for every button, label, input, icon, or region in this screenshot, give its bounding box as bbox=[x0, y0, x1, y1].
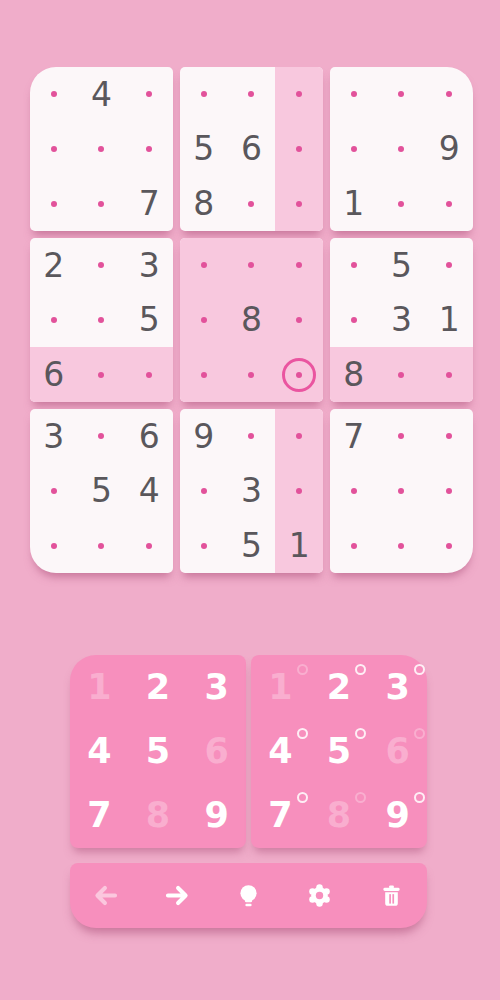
empty-cell-dot bbox=[98, 372, 104, 378]
cell-r6c3[interactable] bbox=[125, 347, 173, 402]
cell-r9c8[interactable] bbox=[378, 518, 426, 573]
empty-cell-dot bbox=[201, 262, 207, 268]
number-pad-4[interactable]: 4 bbox=[70, 719, 129, 783]
arrow-left-icon bbox=[92, 882, 119, 909]
empty-cell-dot bbox=[351, 543, 357, 549]
box-5: 8 bbox=[180, 238, 323, 402]
box-9: 7 bbox=[330, 409, 473, 573]
redo-button[interactable] bbox=[155, 874, 199, 918]
empty-cell-dot bbox=[201, 488, 207, 494]
given-digit: 9 bbox=[193, 417, 214, 456]
given-digit: 4 bbox=[139, 471, 160, 510]
empty-cell-dot bbox=[398, 201, 404, 207]
cell-r6c9[interactable] bbox=[425, 347, 473, 402]
empty-cell-dot bbox=[201, 317, 207, 323]
given-digit: 7 bbox=[343, 417, 364, 456]
cell-r6c1[interactable]: 6 bbox=[30, 347, 78, 402]
cell-r9c9[interactable] bbox=[425, 518, 473, 573]
keypad-digit: 7 bbox=[268, 798, 292, 833]
empty-cell-dot bbox=[98, 543, 104, 549]
number-pad-8[interactable]: 8 bbox=[129, 784, 188, 848]
number-pad-2[interactable]: 2 bbox=[129, 655, 188, 719]
given-digit: 6 bbox=[139, 417, 160, 456]
gear-icon bbox=[306, 882, 333, 909]
given-digit: 3 bbox=[139, 246, 160, 285]
corner-note-mark-icon bbox=[355, 728, 366, 739]
empty-cell-dot bbox=[296, 262, 302, 268]
cell-r4c8[interactable]: 5 bbox=[378, 238, 426, 293]
note-pad-3[interactable]: 3 bbox=[368, 655, 427, 719]
cell-r5c9[interactable]: 1 bbox=[425, 293, 473, 348]
cell-r2c9[interactable]: 9 bbox=[425, 122, 473, 177]
cell-r7c5[interactable] bbox=[228, 409, 276, 464]
box-6: 5318 bbox=[330, 238, 473, 402]
empty-cell-dot bbox=[446, 372, 452, 378]
empty-cell-dot bbox=[296, 372, 302, 378]
note-pad-6[interactable]: 6 bbox=[368, 719, 427, 783]
corner-note-mark-icon bbox=[414, 792, 425, 803]
cell-r1c1[interactable] bbox=[30, 67, 78, 122]
given-digit: 7 bbox=[139, 184, 160, 223]
empty-cell-dot bbox=[98, 201, 104, 207]
empty-cell-dot bbox=[351, 317, 357, 323]
arrow-right-icon bbox=[164, 882, 191, 909]
corner-note-mark-icon bbox=[297, 664, 308, 675]
empty-cell-dot bbox=[146, 91, 152, 97]
empty-cell-dot bbox=[296, 433, 302, 439]
number-pad-3[interactable]: 3 bbox=[187, 655, 246, 719]
cell-r6c8[interactable] bbox=[378, 347, 426, 402]
cell-r4c7[interactable] bbox=[330, 238, 378, 293]
keypad-digit: 1 bbox=[268, 670, 292, 705]
empty-cell-dot bbox=[446, 262, 452, 268]
note-pad-9[interactable]: 9 bbox=[368, 784, 427, 848]
empty-cell-dot bbox=[146, 543, 152, 549]
given-digit: 8 bbox=[193, 184, 214, 223]
settings-button[interactable] bbox=[298, 874, 342, 918]
cell-r1c9[interactable] bbox=[425, 67, 473, 122]
empty-cell-dot bbox=[98, 262, 104, 268]
empty-cell-dot bbox=[296, 317, 302, 323]
corner-note-mark-icon bbox=[355, 792, 366, 803]
number-pad-7[interactable]: 7 bbox=[70, 784, 129, 848]
box-1: 47 bbox=[30, 67, 173, 231]
cell-r5c2[interactable] bbox=[78, 293, 126, 348]
cell-r2c4[interactable]: 5 bbox=[180, 122, 228, 177]
undo-button[interactable] bbox=[84, 874, 128, 918]
empty-cell-dot bbox=[351, 146, 357, 152]
cell-r4c4[interactable] bbox=[180, 238, 228, 293]
cell-r3c1[interactable] bbox=[30, 176, 78, 231]
note-pad-4[interactable]: 4 bbox=[251, 719, 310, 783]
note-pad-8[interactable]: 8 bbox=[310, 784, 369, 848]
trash-icon bbox=[378, 882, 405, 909]
empty-cell-dot bbox=[248, 262, 254, 268]
cell-r5c7[interactable] bbox=[330, 293, 378, 348]
cell-r8c5[interactable]: 3 bbox=[228, 464, 276, 519]
cell-r6c6[interactable] bbox=[275, 347, 323, 402]
keypad-digit: 5 bbox=[146, 734, 170, 769]
keypad-digit: 4 bbox=[87, 734, 111, 769]
toolbar bbox=[70, 863, 427, 928]
given-digit: 8 bbox=[241, 300, 262, 339]
cell-r4c1[interactable]: 2 bbox=[30, 238, 78, 293]
empty-cell-dot bbox=[398, 543, 404, 549]
cell-r7c4[interactable]: 9 bbox=[180, 409, 228, 464]
cell-r2c5[interactable]: 6 bbox=[228, 122, 276, 177]
number-pad-9[interactable]: 9 bbox=[187, 784, 246, 848]
given-digit: 5 bbox=[139, 300, 160, 339]
cell-r9c1[interactable] bbox=[30, 518, 78, 573]
cell-r8c3[interactable]: 4 bbox=[125, 464, 173, 519]
empty-cell-dot bbox=[446, 433, 452, 439]
empty-cell-dot bbox=[351, 488, 357, 494]
number-pad: 123456789 bbox=[70, 655, 246, 848]
keypad-digit: 6 bbox=[204, 734, 228, 769]
cell-r4c5[interactable] bbox=[228, 238, 276, 293]
cell-r4c6[interactable] bbox=[275, 238, 323, 293]
empty-cell-dot bbox=[446, 91, 452, 97]
empty-cell-dot bbox=[98, 146, 104, 152]
empty-cell-dot bbox=[146, 372, 152, 378]
empty-cell-dot bbox=[51, 317, 57, 323]
empty-cell-dot bbox=[398, 146, 404, 152]
cell-r3c5[interactable] bbox=[228, 176, 276, 231]
cell-r1c7[interactable] bbox=[330, 67, 378, 122]
number-pad-5[interactable]: 5 bbox=[129, 719, 188, 783]
cell-r7c6[interactable] bbox=[275, 409, 323, 464]
given-digit: 5 bbox=[391, 246, 412, 285]
empty-cell-dot bbox=[446, 488, 452, 494]
empty-cell-dot bbox=[296, 146, 302, 152]
empty-cell-dot bbox=[398, 372, 404, 378]
cell-r1c2[interactable]: 4 bbox=[78, 67, 126, 122]
cell-r7c3[interactable]: 6 bbox=[125, 409, 173, 464]
given-digit: 3 bbox=[43, 417, 64, 456]
given-digit: 1 bbox=[439, 300, 460, 339]
empty-cell-dot bbox=[398, 91, 404, 97]
empty-cell-dot bbox=[248, 433, 254, 439]
lightbulb-icon bbox=[235, 882, 262, 909]
number-pad-1[interactable]: 1 bbox=[70, 655, 129, 719]
cell-r1c5[interactable] bbox=[228, 67, 276, 122]
given-digit: 5 bbox=[91, 471, 112, 510]
box-3: 91 bbox=[330, 67, 473, 231]
cell-r2c6[interactable] bbox=[275, 122, 323, 177]
sudoku-board: 4756891235685318365493517 bbox=[30, 67, 473, 573]
cell-r9c3[interactable] bbox=[125, 518, 173, 573]
keypad: 123456789 123456789 bbox=[70, 655, 427, 928]
empty-cell-dot bbox=[296, 91, 302, 97]
cell-r1c4[interactable] bbox=[180, 67, 228, 122]
given-digit: 5 bbox=[241, 526, 262, 565]
cell-r8c2[interactable]: 5 bbox=[78, 464, 126, 519]
given-digit: 4 bbox=[91, 75, 112, 114]
cell-r6c7[interactable]: 8 bbox=[330, 347, 378, 402]
cell-r5c5[interactable]: 8 bbox=[228, 293, 276, 348]
empty-cell-dot bbox=[146, 146, 152, 152]
keypad-digit: 3 bbox=[204, 670, 228, 705]
keypad-digit: 4 bbox=[268, 734, 292, 769]
cell-r3c6[interactable] bbox=[275, 176, 323, 231]
given-digit: 3 bbox=[241, 471, 262, 510]
keypad-digit: 9 bbox=[385, 798, 409, 833]
cell-r1c6[interactable] bbox=[275, 67, 323, 122]
given-digit: 5 bbox=[193, 129, 214, 168]
cell-r8c1[interactable] bbox=[30, 464, 78, 519]
cell-r6c4[interactable] bbox=[180, 347, 228, 402]
cell-r2c1[interactable] bbox=[30, 122, 78, 177]
empty-cell-dot bbox=[51, 146, 57, 152]
given-digit: 6 bbox=[43, 355, 64, 394]
cell-r5c4[interactable] bbox=[180, 293, 228, 348]
box-2: 568 bbox=[180, 67, 323, 231]
given-digit: 1 bbox=[343, 184, 364, 223]
box-7: 3654 bbox=[30, 409, 173, 573]
cell-r3c2[interactable] bbox=[78, 176, 126, 231]
cell-r3c8[interactable] bbox=[378, 176, 426, 231]
corner-note-mark-icon bbox=[414, 664, 425, 675]
cell-r3c4[interactable]: 8 bbox=[180, 176, 228, 231]
box-8: 9351 bbox=[180, 409, 323, 573]
box-4: 2356 bbox=[30, 238, 173, 402]
given-digit: 1 bbox=[289, 526, 310, 565]
corner-note-mark-icon bbox=[297, 728, 308, 739]
cell-r5c1[interactable] bbox=[30, 293, 78, 348]
keypad-digit: 2 bbox=[146, 670, 170, 705]
given-digit: 2 bbox=[43, 246, 64, 285]
empty-cell-dot bbox=[98, 433, 104, 439]
empty-cell-dot bbox=[51, 91, 57, 97]
cell-r4c2[interactable] bbox=[78, 238, 126, 293]
cell-r2c2[interactable] bbox=[78, 122, 126, 177]
empty-cell-dot bbox=[248, 201, 254, 207]
cell-r9c2[interactable] bbox=[78, 518, 126, 573]
cell-r2c7[interactable] bbox=[330, 122, 378, 177]
keypad-digit: 5 bbox=[327, 734, 351, 769]
cell-r8c4[interactable] bbox=[180, 464, 228, 519]
corner-note-mark-icon bbox=[297, 792, 308, 803]
empty-cell-dot bbox=[201, 91, 207, 97]
keypad-digit: 9 bbox=[204, 798, 228, 833]
cell-r9c6[interactable]: 1 bbox=[275, 518, 323, 573]
keypad-digit: 3 bbox=[385, 670, 409, 705]
empty-cell-dot bbox=[51, 201, 57, 207]
empty-cell-dot bbox=[248, 91, 254, 97]
cell-r7c8[interactable] bbox=[378, 409, 426, 464]
empty-cell-dot bbox=[201, 372, 207, 378]
given-digit: 6 bbox=[241, 129, 262, 168]
cell-r5c3[interactable]: 5 bbox=[125, 293, 173, 348]
cell-r7c2[interactable] bbox=[78, 409, 126, 464]
empty-cell-dot bbox=[98, 317, 104, 323]
corner-note-pad: 123456789 bbox=[251, 655, 427, 848]
cell-r5c6[interactable] bbox=[275, 293, 323, 348]
cell-r8c7[interactable] bbox=[330, 464, 378, 519]
cell-r8c6[interactable] bbox=[275, 464, 323, 519]
corner-note-mark-icon bbox=[414, 728, 425, 739]
cell-r7c1[interactable]: 3 bbox=[30, 409, 78, 464]
cell-r3c9[interactable] bbox=[425, 176, 473, 231]
empty-cell-dot bbox=[201, 543, 207, 549]
keypad-digit: 8 bbox=[146, 798, 170, 833]
given-digit: 9 bbox=[439, 129, 460, 168]
empty-cell-dot bbox=[296, 201, 302, 207]
cell-r8c8[interactable] bbox=[378, 464, 426, 519]
empty-cell-dot bbox=[446, 201, 452, 207]
keypad-digit: 2 bbox=[327, 670, 351, 705]
cell-r6c5[interactable] bbox=[228, 347, 276, 402]
empty-cell-dot bbox=[248, 372, 254, 378]
cell-r4c9[interactable] bbox=[425, 238, 473, 293]
selected-cell-ring bbox=[282, 358, 316, 392]
keypad-digit: 8 bbox=[327, 798, 351, 833]
empty-cell-dot bbox=[351, 91, 357, 97]
keypad-digit: 7 bbox=[87, 798, 111, 833]
cell-r5c8[interactable]: 3 bbox=[378, 293, 426, 348]
empty-cell-dot bbox=[351, 262, 357, 268]
cell-r9c4[interactable] bbox=[180, 518, 228, 573]
cell-r3c3[interactable]: 7 bbox=[125, 176, 173, 231]
corner-note-mark-icon bbox=[355, 664, 366, 675]
cell-r1c8[interactable] bbox=[378, 67, 426, 122]
cell-r2c8[interactable] bbox=[378, 122, 426, 177]
empty-cell-dot bbox=[446, 543, 452, 549]
given-digit: 8 bbox=[343, 355, 364, 394]
note-pad-7[interactable]: 7 bbox=[251, 784, 310, 848]
cell-r4c3[interactable]: 3 bbox=[125, 238, 173, 293]
cell-r9c5[interactable]: 5 bbox=[228, 518, 276, 573]
cell-r6c2[interactable] bbox=[78, 347, 126, 402]
number-pad-6[interactable]: 6 bbox=[187, 719, 246, 783]
cell-r1c3[interactable] bbox=[125, 67, 173, 122]
cell-r7c9[interactable] bbox=[425, 409, 473, 464]
cell-r2c3[interactable] bbox=[125, 122, 173, 177]
given-digit: 3 bbox=[391, 300, 412, 339]
cell-r8c9[interactable] bbox=[425, 464, 473, 519]
empty-cell-dot bbox=[398, 488, 404, 494]
note-pad-2[interactable]: 2 bbox=[310, 655, 369, 719]
keypad-digit: 1 bbox=[87, 670, 111, 705]
erase-button[interactable] bbox=[369, 874, 413, 918]
cell-r3c7[interactable]: 1 bbox=[330, 176, 378, 231]
cell-r7c7[interactable]: 7 bbox=[330, 409, 378, 464]
keypad-digit: 6 bbox=[385, 734, 409, 769]
empty-cell-dot bbox=[51, 488, 57, 494]
empty-cell-dot bbox=[51, 543, 57, 549]
note-pad-1[interactable]: 1 bbox=[251, 655, 310, 719]
empty-cell-dot bbox=[398, 433, 404, 439]
cell-r9c7[interactable] bbox=[330, 518, 378, 573]
hint-button[interactable] bbox=[226, 874, 270, 918]
empty-cell-dot bbox=[296, 488, 302, 494]
note-pad-5[interactable]: 5 bbox=[310, 719, 369, 783]
